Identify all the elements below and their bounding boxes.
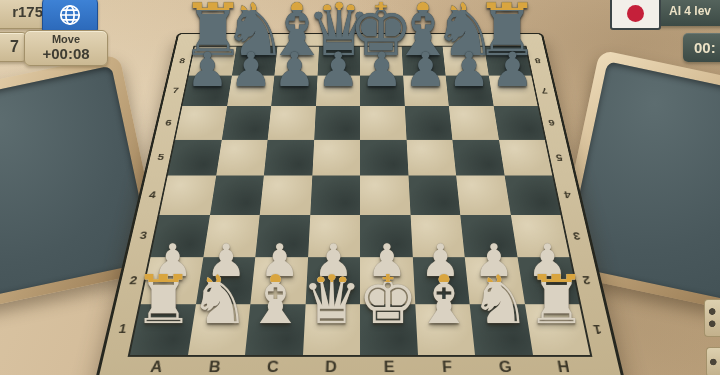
black-pawn-a7[interactable]: ♟ <box>186 47 229 94</box>
black-pawn-e7[interactable]: ♟ <box>361 47 404 94</box>
white-queen-d1[interactable]: ♛♛ <box>302 267 362 334</box>
white-knight-g1[interactable]: ♞♞ <box>470 267 530 334</box>
top-player-clock: 00: <box>683 33 720 62</box>
gold-accent: ♚ <box>358 267 418 334</box>
move-timer-value: +00:08 <box>25 46 107 62</box>
white-rook-h1[interactable]: ♜♜ <box>526 267 586 334</box>
black-pawn-d7[interactable]: ♟ <box>317 47 360 94</box>
game-scene: ABCDEFGH 87654321 87654321 ♜♜♞♞♝♝♛♛♚♚♝♝♞… <box>0 0 720 375</box>
white-bishop-f1[interactable]: ♝♝ <box>414 267 474 334</box>
top-player-name: AI 4 lev <box>655 0 720 26</box>
black-pawn-h7[interactable]: ♟ <box>491 47 534 94</box>
white-rook-a1[interactable]: ♜♜ <box>134 267 194 334</box>
white-bishop-c1[interactable]: ♝♝ <box>246 267 306 334</box>
right-edge-button[interactable] <box>706 347 720 375</box>
japan-flag-icon <box>610 0 661 30</box>
gold-accent: ♝ <box>414 267 474 334</box>
gold-accent: ♞ <box>470 267 530 334</box>
right-edge-button[interactable] <box>704 299 720 337</box>
white-knight-b1[interactable]: ♞♞ <box>190 267 250 334</box>
black-pawn-b7[interactable]: ♟ <box>230 47 273 94</box>
gold-accent: ♞ <box>190 267 250 334</box>
gold-accent: ♛ <box>302 267 362 334</box>
white-king-e1[interactable]: ♚♚ <box>358 267 418 334</box>
gold-accent: ♜ <box>134 267 194 334</box>
gold-accent: ♜ <box>526 267 586 334</box>
black-pawn-f7[interactable]: ♟ <box>404 47 447 94</box>
black-pawn-g7[interactable]: ♟ <box>448 47 491 94</box>
globe-icon <box>57 2 83 32</box>
move-timer: Move +00:08 <box>24 30 108 66</box>
pieces-layer: ♜♜♞♞♝♝♛♛♚♚♝♝♞♞♜♜♟♟♟♟♟♟♟♟♟♟♟♟♟♟♟♟♜♜♞♞♝♝♛♛… <box>0 0 720 375</box>
black-pawn-c7[interactable]: ♟ <box>273 47 316 94</box>
gold-accent: ♝ <box>246 267 306 334</box>
